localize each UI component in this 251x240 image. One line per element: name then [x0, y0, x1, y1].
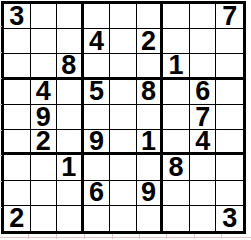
cell-r6c4-given: 9 [84, 130, 111, 155]
cell-r4c7-empty[interactable] [163, 80, 190, 105]
gridline-stub [0, 104, 2, 105]
cell-r2c4-given: 4 [84, 29, 111, 54]
cell-r3c7-given: 1 [163, 54, 190, 79]
cell-r4c8-given: 6 [190, 80, 217, 105]
cell-r8c4-given: 6 [84, 181, 111, 206]
gridline-stub [0, 237, 251, 238]
cell-r6c8-given: 4 [190, 130, 217, 155]
cell-r3c5-empty[interactable] [110, 54, 137, 79]
cell-r7c5-empty[interactable] [110, 155, 137, 180]
cell-r2c6-given: 2 [137, 29, 164, 54]
cell-r1c8-empty[interactable] [190, 4, 217, 29]
cell-r8c9-empty[interactable] [216, 181, 243, 206]
cell-r5c3-empty[interactable] [57, 105, 84, 130]
cell-r4c2-given: 4 [31, 80, 58, 105]
cell-r3c4-empty[interactable] [84, 54, 111, 79]
cell-r3c8-empty[interactable] [190, 54, 217, 79]
gridline-stub [0, 181, 2, 182]
cell-r1c7-empty[interactable] [163, 4, 190, 29]
gridline-stub [0, 130, 2, 131]
cell-r7c7-given: 8 [163, 155, 190, 180]
cell-r9c8-empty[interactable] [190, 206, 217, 231]
cell-r9c4-empty[interactable] [84, 206, 111, 231]
cell-r8c5-empty[interactable] [110, 181, 137, 206]
sudoku-page: { "game": "sudoku", "position": "3000000… [0, 0, 251, 240]
cell-r9c7-empty[interactable] [163, 206, 190, 231]
cell-r8c1-empty[interactable] [4, 181, 31, 206]
cell-r3c6-empty[interactable] [137, 54, 164, 79]
gridline-stub [0, 207, 2, 208]
cell-r9c3-empty[interactable] [57, 206, 84, 231]
cell-r4c5-empty[interactable] [110, 80, 137, 105]
cell-r5c5-empty[interactable] [110, 105, 137, 130]
cell-r4c6-given: 8 [137, 80, 164, 105]
cell-r5c9-empty[interactable] [216, 105, 243, 130]
cell-r6c9-empty[interactable] [216, 130, 243, 155]
cell-r6c6-given: 1 [137, 130, 164, 155]
cell-r9c1-given: 2 [4, 206, 31, 231]
cell-r6c5-empty[interactable] [110, 130, 137, 155]
cell-r5c8-given: 7 [190, 105, 217, 130]
cell-r1c6-empty[interactable] [137, 4, 164, 29]
cell-r5c7-empty[interactable] [163, 105, 190, 130]
cell-r3c2-empty[interactable] [31, 54, 58, 79]
cell-r1c9-given: 7 [216, 4, 243, 29]
sudoku-board: 3742814586972914186923 [1, 1, 246, 234]
cell-r4c4-given: 5 [84, 80, 111, 105]
cell-r4c1-empty[interactable] [4, 80, 31, 105]
cell-r2c9-empty[interactable] [216, 29, 243, 54]
cell-r1c4-empty[interactable] [84, 4, 111, 29]
cell-r7c9-empty[interactable] [216, 155, 243, 180]
cell-r7c1-empty[interactable] [4, 155, 31, 180]
cell-r2c8-empty[interactable] [190, 29, 217, 54]
cell-r2c5-empty[interactable] [110, 29, 137, 54]
cell-r2c7-empty[interactable] [163, 29, 190, 54]
cell-r8c7-empty[interactable] [163, 181, 190, 206]
cell-r9c5-empty[interactable] [110, 206, 137, 231]
cell-r9c9-given: 3 [216, 206, 243, 231]
cell-r8c3-empty[interactable] [57, 181, 84, 206]
gridline-stub [0, 78, 2, 79]
cell-r7c6-empty[interactable] [137, 155, 164, 180]
cell-r6c7-empty[interactable] [163, 130, 190, 155]
cell-r1c5-empty[interactable] [110, 4, 137, 29]
cell-r6c2-given: 2 [31, 130, 58, 155]
cell-r1c1-given: 3 [4, 4, 31, 29]
cell-r8c8-empty[interactable] [190, 181, 217, 206]
cell-r7c2-empty[interactable] [31, 155, 58, 180]
cell-r8c6-given: 9 [137, 181, 164, 206]
gridline-stub [0, 155, 2, 156]
cell-r3c3-given: 8 [57, 54, 84, 79]
cell-r1c3-empty[interactable] [57, 4, 84, 29]
cell-r7c3-given: 1 [57, 155, 84, 180]
cell-r3c9-empty[interactable] [216, 54, 243, 79]
cell-r7c8-empty[interactable] [190, 155, 217, 180]
cell-r5c4-empty[interactable] [84, 105, 111, 130]
cell-r4c9-empty[interactable] [216, 80, 243, 105]
cell-r1c2-empty[interactable] [31, 4, 58, 29]
cell-r4c3-empty[interactable] [57, 80, 84, 105]
cell-r9c6-empty[interactable] [137, 206, 164, 231]
cell-r6c1-empty[interactable] [4, 130, 31, 155]
cell-r5c2-given: 9 [31, 105, 58, 130]
cell-r9c2-empty[interactable] [31, 206, 58, 231]
cell-r5c1-empty[interactable] [4, 105, 31, 130]
cell-r5c6-empty[interactable] [137, 105, 164, 130]
cell-r7c4-empty[interactable] [84, 155, 111, 180]
cell-r6c3-empty[interactable] [57, 130, 84, 155]
cell-r2c3-empty[interactable] [57, 29, 84, 54]
gridline-stub [0, 26, 2, 27]
cell-r2c2-empty[interactable] [31, 29, 58, 54]
cell-r8c2-empty[interactable] [31, 181, 58, 206]
gridline-stub [0, 52, 2, 53]
cell-r2c1-empty[interactable] [4, 29, 31, 54]
cell-r3c1-empty[interactable] [4, 54, 31, 79]
